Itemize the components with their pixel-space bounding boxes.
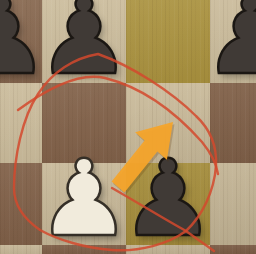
- black-pawn-r0c1[interactable]: ♟: [36, 0, 131, 90]
- pieces-layer: ♟♟♟♟♟: [0, 0, 256, 254]
- black-pawn-r2c2[interactable]: ♟: [120, 146, 215, 252]
- white-pawn-r2c1[interactable]: ♟: [36, 146, 131, 252]
- black-pawn-r0c3[interactable]: ♟: [202, 0, 256, 90]
- chess-board-screenshot: ♟♟♟♟♟: [0, 0, 256, 254]
